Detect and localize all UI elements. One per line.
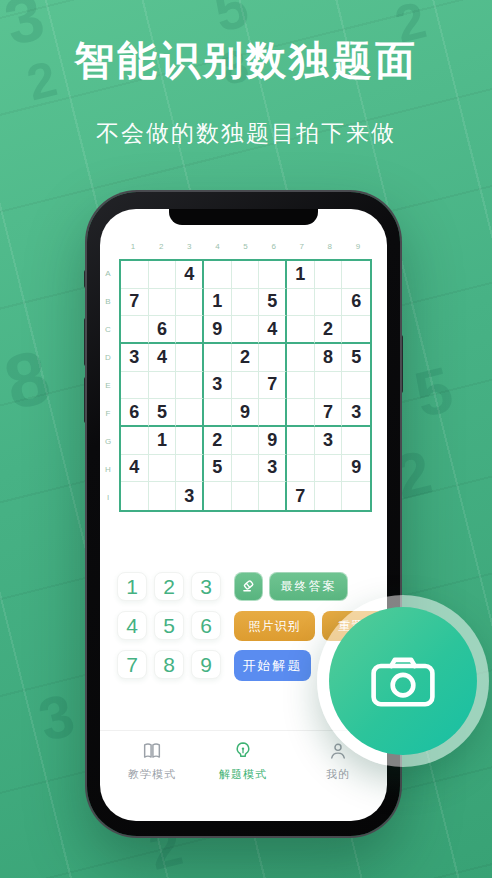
numpad: 123456789 — [117, 572, 222, 679]
cell-E5[interactable] — [232, 372, 260, 400]
cell-I7[interactable]: 7 — [287, 482, 315, 510]
camera-icon — [370, 653, 436, 709]
cell-G4[interactable]: 2 — [204, 427, 232, 455]
row-label: G — [100, 428, 116, 456]
col-label: 8 — [316, 242, 344, 251]
cell-E4[interactable]: 3 — [204, 372, 232, 400]
cell-B7[interactable] — [287, 289, 315, 317]
cell-H4[interactable]: 5 — [204, 455, 232, 483]
cell-F5[interactable]: 9 — [232, 399, 260, 427]
cell-G7[interactable] — [287, 427, 315, 455]
cell-G3[interactable] — [176, 427, 204, 455]
page: 3528285223 智能识别数独题面 不会做的数独题目拍下来做 1234567… — [0, 0, 492, 878]
cell-A2[interactable] — [149, 261, 177, 289]
cell-F7[interactable] — [287, 399, 315, 427]
cell-H3[interactable] — [176, 455, 204, 483]
cell-E3[interactable] — [176, 372, 204, 400]
col-label: 1 — [119, 242, 147, 251]
cell-I3[interactable]: 3 — [176, 482, 204, 510]
cell-H6[interactable]: 3 — [259, 455, 287, 483]
tab-label: 教学模式 — [128, 767, 176, 782]
numpad-key-7[interactable]: 7 — [117, 650, 147, 679]
col-label: 3 — [175, 242, 203, 251]
cell-H1[interactable]: 4 — [121, 455, 149, 483]
cell-G5[interactable] — [232, 427, 260, 455]
start-solve-button[interactable]: 开始解题 — [234, 650, 311, 681]
cell-B3[interactable] — [176, 289, 204, 317]
row-label: B — [100, 287, 116, 315]
cell-F8[interactable]: 7 — [315, 399, 343, 427]
cell-F6[interactable] — [259, 399, 287, 427]
row-label: D — [100, 343, 116, 371]
numpad-key-4[interactable]: 4 — [117, 611, 147, 640]
row-label: I — [100, 484, 116, 512]
numpad-key-1[interactable]: 1 — [117, 572, 147, 601]
cell-D4[interactable] — [204, 344, 232, 372]
page-subtitle: 不会做的数独题目拍下来做 — [0, 118, 492, 149]
cell-A6[interactable] — [259, 261, 287, 289]
cell-G1[interactable] — [121, 427, 149, 455]
cell-D8[interactable]: 8 — [315, 344, 343, 372]
row-label: C — [100, 315, 116, 343]
cell-I1[interactable] — [121, 482, 149, 510]
book-icon — [141, 740, 163, 762]
numpad-key-8[interactable]: 8 — [154, 650, 184, 679]
camera-fab-halo — [317, 595, 489, 767]
cell-D5[interactable]: 2 — [232, 344, 260, 372]
cell-I4[interactable] — [204, 482, 232, 510]
cell-D2[interactable]: 4 — [149, 344, 177, 372]
col-label: 5 — [231, 242, 259, 251]
cell-I5[interactable] — [232, 482, 260, 510]
numpad-key-5[interactable]: 5 — [154, 611, 184, 640]
tab-label: 我的 — [326, 767, 350, 782]
cell-G8[interactable]: 3 — [315, 427, 343, 455]
tab-teach-mode[interactable]: 教学模式 — [117, 740, 187, 782]
numpad-key-3[interactable]: 3 — [191, 572, 221, 601]
cell-C8[interactable]: 2 — [315, 316, 343, 344]
cell-C4[interactable]: 9 — [204, 316, 232, 344]
cell-A8[interactable] — [315, 261, 343, 289]
cell-C6[interactable]: 4 — [259, 316, 287, 344]
numpad-key-6[interactable]: 6 — [191, 611, 221, 640]
cell-F2[interactable]: 5 — [149, 399, 177, 427]
cell-G9[interactable] — [342, 427, 370, 455]
cell-I8[interactable] — [315, 482, 343, 510]
cell-B8[interactable] — [315, 289, 343, 317]
cell-D6[interactable] — [259, 344, 287, 372]
cell-F4[interactable] — [204, 399, 232, 427]
cell-B4[interactable]: 1 — [204, 289, 232, 317]
col-label: 6 — [260, 242, 288, 251]
cell-F3[interactable] — [176, 399, 204, 427]
final-answer-button[interactable]: 最终答案 — [269, 572, 348, 601]
row-label: E — [100, 371, 116, 399]
cell-A9[interactable] — [342, 261, 370, 289]
row-labels: ABCDEFGHI — [100, 259, 116, 512]
cell-E1[interactable] — [121, 372, 149, 400]
cell-C2[interactable]: 6 — [149, 316, 177, 344]
cell-C9[interactable] — [342, 316, 370, 344]
row-label: F — [100, 400, 116, 428]
cell-A3[interactable]: 4 — [176, 261, 204, 289]
cell-E9[interactable] — [342, 372, 370, 400]
cell-H2[interactable] — [149, 455, 177, 483]
cell-B9[interactable]: 6 — [342, 289, 370, 317]
sudoku-board: 41715669423428537659731293453937 — [119, 259, 372, 512]
cell-C3[interactable] — [176, 316, 204, 344]
cell-A7[interactable]: 1 — [287, 261, 315, 289]
col-label: 4 — [203, 242, 231, 251]
col-label: 7 — [288, 242, 316, 251]
cell-H7[interactable] — [287, 455, 315, 483]
col-label: 9 — [344, 242, 372, 251]
row-label: H — [100, 456, 116, 484]
photo-recognize-button[interactable]: 照片识别 — [234, 611, 315, 641]
cell-B6[interactable]: 5 — [259, 289, 287, 317]
cell-F1[interactable]: 6 — [121, 399, 149, 427]
camera-fab-button[interactable] — [329, 607, 477, 755]
cell-B1[interactable]: 7 — [121, 289, 149, 317]
cell-E2[interactable] — [149, 372, 177, 400]
tab-solve-mode[interactable]: 解题模式 — [208, 740, 278, 782]
cell-H5[interactable] — [232, 455, 260, 483]
cell-E7[interactable] — [287, 372, 315, 400]
cell-G6[interactable]: 9 — [259, 427, 287, 455]
cell-H9[interactable]: 9 — [342, 455, 370, 483]
eraser-icon — [240, 577, 257, 597]
row-label: A — [100, 259, 116, 287]
cell-F9[interactable]: 3 — [342, 399, 370, 427]
tab-label: 解题模式 — [219, 767, 267, 782]
col-labels: 123456789 — [119, 242, 372, 251]
cell-A5[interactable] — [232, 261, 260, 289]
cell-G2[interactable]: 1 — [149, 427, 177, 455]
cell-D3[interactable] — [176, 344, 204, 372]
col-label: 2 — [147, 242, 175, 251]
cell-C1[interactable] — [121, 316, 149, 344]
cell-C7[interactable] — [287, 316, 315, 344]
numpad-key-2[interactable]: 2 — [154, 572, 184, 601]
phone-notch — [169, 209, 318, 225]
cell-E8[interactable] — [315, 372, 343, 400]
cell-D9[interactable]: 5 — [342, 344, 370, 372]
hero: 智能识别数独题面 不会做的数独题目拍下来做 — [0, 0, 492, 149]
cell-I2[interactable] — [149, 482, 177, 510]
cell-I9[interactable] — [342, 482, 370, 510]
cell-E6[interactable]: 7 — [259, 372, 287, 400]
eraser-button[interactable] — [234, 572, 263, 601]
numpad-key-9[interactable]: 9 — [191, 650, 221, 679]
cell-I6[interactable] — [259, 482, 287, 510]
page-title: 智能识别数独题面 — [0, 33, 492, 88]
cell-D7[interactable] — [287, 344, 315, 372]
cell-A1[interactable] — [121, 261, 149, 289]
bulb-icon — [232, 740, 254, 762]
cell-B5[interactable] — [232, 289, 260, 317]
cell-H8[interactable] — [315, 455, 343, 483]
cell-B2[interactable] — [149, 289, 177, 317]
cell-D1[interactable]: 3 — [121, 344, 149, 372]
cell-C5[interactable] — [232, 316, 260, 344]
cell-A4[interactable] — [204, 261, 232, 289]
